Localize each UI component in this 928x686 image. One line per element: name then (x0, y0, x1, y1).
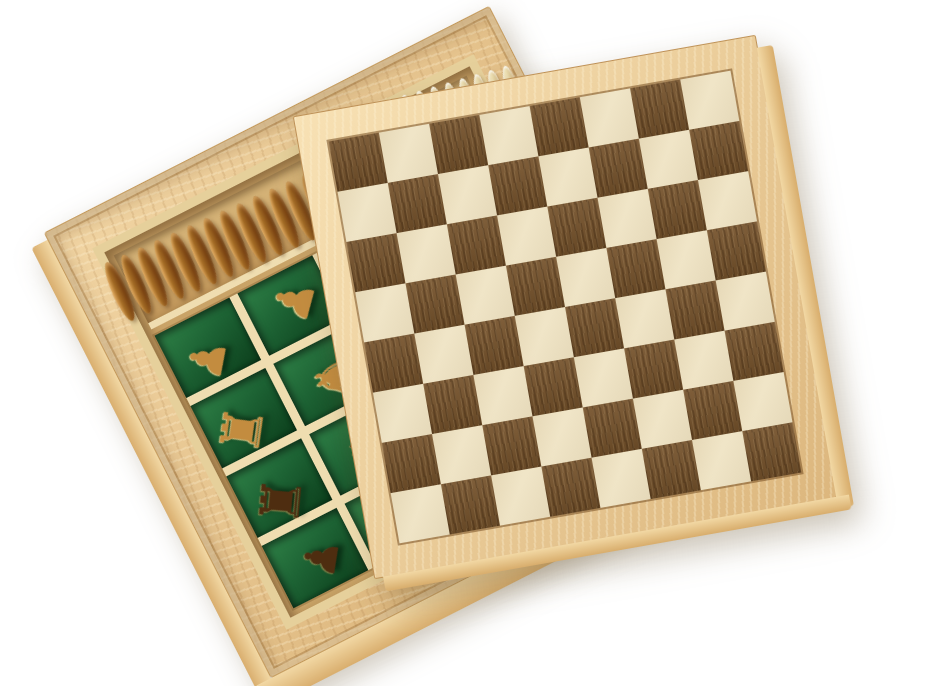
board-square-r2c3-light (497, 207, 556, 266)
board-square-r0c6-dark (630, 80, 689, 139)
board-square-r1c0-light (338, 183, 397, 242)
board-square-r6c6-dark (683, 381, 742, 440)
board-square-r3c2-light (456, 266, 515, 325)
chess-piece-light-pawn: ♟ (181, 334, 234, 383)
board-square-r5c1-dark (423, 375, 482, 434)
board-squares (329, 71, 802, 544)
board-square-r0c7-light (680, 71, 739, 130)
board-square-r3c3-dark (506, 257, 565, 316)
board-square-r5c4-light (574, 348, 633, 407)
board-square-r7c4-light (592, 449, 651, 508)
board-square-r5c5-dark (624, 340, 683, 399)
board-square-r2c6-dark (648, 180, 707, 239)
board-square-r6c1-light (432, 425, 491, 484)
board-square-r4c6-dark (665, 280, 724, 339)
board-square-r3c0-light (355, 283, 414, 342)
board-square-r5c0-light (373, 384, 432, 443)
chess-piece-light-pawn: ♟ (266, 273, 324, 327)
board-square-r4c4-dark (565, 298, 624, 357)
board-square-r6c7-light (733, 372, 792, 431)
board-square-r2c0-dark (346, 233, 405, 292)
board-square-r0c2-dark (429, 115, 488, 174)
board-square-r4c2-dark (465, 316, 524, 375)
chess-piece-dark-rook: ♜ (252, 474, 310, 527)
board-square-r1c7-dark (689, 121, 748, 180)
board-square-r6c5-light (633, 390, 692, 449)
board-square-r6c4-dark (583, 399, 642, 458)
board-square-r2c4-dark (547, 198, 606, 257)
board-square-r7c7-dark (742, 422, 801, 481)
board-square-r3c4-light (556, 248, 615, 307)
board-square-r4c7-light (716, 272, 775, 331)
board-square-r1c4-light (538, 147, 597, 206)
board-square-r1c1-dark (388, 174, 447, 233)
board-square-r7c6-light (692, 431, 751, 490)
board-square-r5c6-light (674, 331, 733, 390)
chess-piece-dark-pawn: ♟ (297, 535, 347, 581)
board-square-r4c5-light (615, 289, 674, 348)
board-square-r0c0-dark (329, 133, 388, 192)
board-square-r1c3-dark (488, 156, 547, 215)
board-square-r2c5-light (598, 189, 657, 248)
board-square-r0c3-light (479, 106, 538, 165)
board-square-r2c7-light (698, 171, 757, 230)
board-square-r3c1-dark (405, 274, 464, 333)
board-square-r5c2-light (473, 366, 532, 425)
board-square-r6c2-dark (482, 416, 541, 475)
board-square-r4c0-dark (364, 334, 423, 393)
board-square-r2c1-light (397, 224, 456, 283)
board-square-r7c2-light (491, 467, 550, 526)
chessboard-lid (293, 35, 837, 579)
chess-piece-light-rook: ♜ (213, 402, 273, 457)
board-square-r5c3-dark (524, 357, 583, 416)
board-square-r5c7-dark (725, 322, 784, 381)
board-square-r7c0-light (391, 484, 450, 543)
product-photo-scene: ♟♟♝♛♜♞♛♚♜♞♚♟♟♞ (0, 0, 928, 686)
board-square-r7c5-dark (642, 440, 701, 499)
board-square-r6c3-light (532, 407, 591, 466)
board-square-r4c1-light (414, 325, 473, 384)
board-square-r3c6-light (657, 230, 716, 289)
board-square-r3c5-dark (606, 239, 665, 298)
board-square-r3c7-dark (707, 221, 766, 280)
board-square-r1c5-dark (589, 139, 648, 198)
board-square-r6c0-dark (382, 434, 441, 493)
board-square-r1c2-light (438, 165, 497, 224)
board-square-r1c6-light (639, 130, 698, 189)
board-square-r7c1-dark (441, 475, 500, 534)
board-square-r7c3-dark (541, 458, 600, 517)
board-square-r0c4-dark (530, 97, 589, 156)
board-square-r2c2-dark (447, 215, 506, 274)
board-square-r0c5-light (580, 88, 639, 147)
board-square-r4c3-light (515, 307, 574, 366)
board-square-r0c1-light (379, 124, 438, 183)
